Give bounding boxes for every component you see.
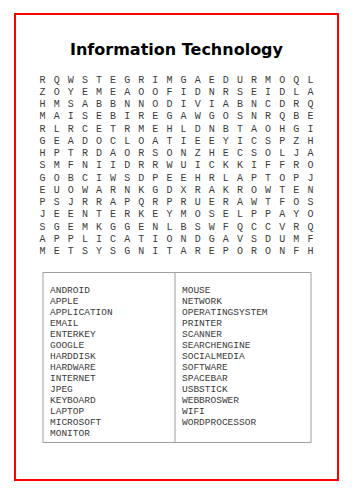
grid-cell: F <box>289 246 303 258</box>
grid-cell: S <box>106 246 120 258</box>
grid-cell: Y <box>289 209 303 221</box>
grid-cell: M <box>134 123 148 135</box>
grid-cell: E <box>64 221 78 233</box>
grid-cell: S <box>148 148 162 160</box>
word-list-item: APPLICATION <box>50 307 174 318</box>
grid-cell: Q <box>303 99 317 111</box>
grid-cell: I <box>64 111 78 123</box>
grid-cell: E <box>148 111 162 123</box>
grid-cell: N <box>134 99 148 111</box>
grid-cell: R <box>36 74 50 86</box>
grid-cell: J <box>36 209 50 221</box>
grid-cell: L <box>289 86 303 98</box>
grid-cell: S <box>247 148 261 160</box>
grid-cell: E <box>92 111 106 123</box>
grid-cell: D <box>191 86 205 98</box>
grid-cell: D <box>134 172 148 184</box>
grid-cell: A <box>303 148 317 160</box>
grid-cell: S <box>36 221 50 233</box>
grid-cell: D <box>275 86 289 98</box>
grid-cell: O <box>92 135 106 147</box>
grid-cell: N <box>205 123 219 135</box>
grid-cell: E <box>106 209 120 221</box>
grid-cell: R <box>36 123 50 135</box>
grid-cell: G <box>106 221 120 233</box>
grid-cell: R <box>261 111 275 123</box>
grid-cell: E <box>148 209 162 221</box>
grid-cell: E <box>134 221 148 233</box>
grid-cell: E <box>205 135 219 147</box>
word-list-table: ANDROIDAPPLEAPPLICATIONEMAILENTERKEYGOOG… <box>42 272 311 443</box>
grid-cell: S <box>233 86 247 98</box>
grid-cell: I <box>120 111 134 123</box>
grid-cell: S <box>64 99 78 111</box>
grid-cell: O <box>261 123 275 135</box>
grid-cell: R <box>233 184 247 196</box>
word-search-grid: RQWSTEGRIMGAEDURMOQLZOYEMEAOOFIDNRSEIDLA… <box>36 74 318 258</box>
grid-cell: K <box>134 209 148 221</box>
grid-cell: B <box>177 221 191 233</box>
grid-cell: Z <box>191 148 205 160</box>
grid-cell: G <box>289 123 303 135</box>
grid-cell: I <box>177 99 191 111</box>
grid-cell: Q <box>303 221 317 233</box>
grid-cell: H <box>36 99 50 111</box>
grid-cell: C <box>106 233 120 245</box>
grid-cell: G <box>36 172 50 184</box>
grid-cell: O <box>289 197 303 209</box>
grid-cell: S <box>205 209 219 221</box>
grid-cell: V <box>233 233 247 245</box>
grid-cell: G <box>177 74 191 86</box>
grid-cell: A <box>191 74 205 86</box>
grid-cell: A <box>36 233 50 245</box>
word-list-item: WEBBROSWER <box>182 395 310 406</box>
grid-cell: O <box>233 246 247 258</box>
grid-cell: R <box>148 197 162 209</box>
grid-cell: E <box>78 86 92 98</box>
grid-cell: O <box>247 184 261 196</box>
word-list-item: HARDDISK <box>50 351 174 362</box>
grid-cell: K <box>219 160 233 172</box>
grid-cell: M <box>289 233 303 245</box>
grid-cell: I <box>148 74 162 86</box>
grid-cell: N <box>120 184 134 196</box>
grid-cell: E <box>205 197 219 209</box>
grid-cell: D <box>120 160 134 172</box>
grid-cell: R <box>219 197 233 209</box>
grid-cell: F <box>64 160 78 172</box>
grid-cell: O <box>148 99 162 111</box>
grid-cell: E <box>205 246 219 258</box>
grid-cell: N <box>134 246 148 258</box>
grid-cell: N <box>78 209 92 221</box>
grid-cell: F <box>275 197 289 209</box>
grid-cell: R <box>120 209 134 221</box>
grid-cell: I <box>92 233 106 245</box>
grid-cell: U <box>275 233 289 245</box>
grid-cell: O <box>134 86 148 98</box>
grid-cell: N <box>78 160 92 172</box>
grid-cell: E <box>50 209 64 221</box>
grid-cell: T <box>64 246 78 258</box>
grid-cell: A <box>247 123 261 135</box>
grid-cell: A <box>275 209 289 221</box>
grid-cell: A <box>64 135 78 147</box>
grid-cell: A <box>205 184 219 196</box>
grid-cell: B <box>106 111 120 123</box>
grid-cell: R <box>191 184 205 196</box>
grid-cell: Z <box>36 86 50 98</box>
grid-cell: L <box>78 233 92 245</box>
grid-cell: P <box>36 197 50 209</box>
grid-cell: O <box>134 135 148 147</box>
grid-cell: T <box>106 123 120 135</box>
grid-cell: V <box>275 221 289 233</box>
grid-cell: F <box>219 221 233 233</box>
grid-cell: B <box>289 111 303 123</box>
grid-cell: R <box>191 246 205 258</box>
grid-cell: E <box>303 111 317 123</box>
grid-cell: P <box>275 135 289 147</box>
grid-cell: O <box>148 86 162 98</box>
grid-cell: Q <box>50 74 64 86</box>
grid-cell: I <box>205 99 219 111</box>
word-list-item: NETWORK <box>182 296 310 307</box>
grid-cell: F <box>303 233 317 245</box>
grid-cell: E <box>106 86 120 98</box>
grid-cell: C <box>247 221 261 233</box>
grid-cell: R <box>289 160 303 172</box>
grid-cell: K <box>92 221 106 233</box>
grid-cell: T <box>162 246 176 258</box>
grid-cell: Y <box>64 86 78 98</box>
grid-cell: N <box>120 99 134 111</box>
grid-cell: H <box>275 123 289 135</box>
grid-cell: C <box>233 148 247 160</box>
grid-cell: Y <box>162 209 176 221</box>
word-list-item: OPERATINGSYSTEM <box>182 307 310 318</box>
grid-cell: S <box>78 74 92 86</box>
word-list-item: ENTERKEY <box>50 329 174 340</box>
grid-cell: K <box>233 160 247 172</box>
grid-cell: R <box>134 74 148 86</box>
grid-cell: R <box>148 160 162 172</box>
grid-cell: O <box>162 233 176 245</box>
grid-cell: D <box>219 74 233 86</box>
grid-cell: N <box>148 221 162 233</box>
grid-cell: P <box>289 172 303 184</box>
grid-cell: P <box>247 209 261 221</box>
grid-cell: D <box>275 99 289 111</box>
word-list-item: USBSTICK <box>182 384 310 395</box>
grid-cell: T <box>64 148 78 160</box>
grid-cell: H <box>205 148 219 160</box>
grid-cell: R <box>289 99 303 111</box>
grid-cell: O <box>275 74 289 86</box>
grid-cell: F <box>162 86 176 98</box>
grid-cell: A <box>50 111 64 123</box>
word-list-left-column: ANDROIDAPPLEAPPLICATIONEMAILENTERKEYGOOG… <box>43 273 175 442</box>
grid-cell: W <box>205 221 219 233</box>
grid-cell: W <box>162 160 176 172</box>
grid-cell: E <box>92 123 106 135</box>
grid-cell: G <box>205 111 219 123</box>
grid-cell: O <box>50 86 64 98</box>
grid-cell: G <box>50 221 64 233</box>
grid-cell: R <box>289 221 303 233</box>
grid-cell: A <box>177 111 191 123</box>
grid-cell: Z <box>289 135 303 147</box>
grid-cell: E <box>219 148 233 160</box>
grid-cell: M <box>78 221 92 233</box>
grid-cell: T <box>261 172 275 184</box>
grid-cell: G <box>162 111 176 123</box>
grid-cell: R <box>134 160 148 172</box>
grid-cell: B <box>92 99 106 111</box>
grid-cell: J <box>303 172 317 184</box>
grid-cell: S <box>50 197 64 209</box>
grid-cell: C <box>261 221 275 233</box>
grid-cell: U <box>50 184 64 196</box>
grid-cell: O <box>261 148 275 160</box>
word-list-item: SPACEBAR <box>182 373 310 384</box>
word-list-item: KEYBOARD <box>50 395 174 406</box>
word-list-item: HARDWARE <box>50 362 174 373</box>
grid-cell: P <box>247 172 261 184</box>
grid-cell: E <box>50 135 64 147</box>
grid-cell: S <box>261 135 275 147</box>
grid-cell: R <box>219 86 233 98</box>
grid-cell: A <box>92 184 106 196</box>
grid-cell: I <box>177 135 191 147</box>
grid-cell: C <box>78 172 92 184</box>
grid-cell: I <box>177 86 191 98</box>
grid-cell: W <box>247 197 261 209</box>
grid-cell: D <box>191 123 205 135</box>
grid-cell: R <box>134 148 148 160</box>
grid-cell: G <box>205 233 219 245</box>
grid-cell: L <box>162 221 176 233</box>
grid-cell: P <box>219 246 233 258</box>
worksheet-page: Information Technology RQWSTEGRIMGAEDURM… <box>0 0 354 500</box>
grid-cell: Q <box>275 111 289 123</box>
grid-cell: E <box>50 246 64 258</box>
word-list-item: JPEG <box>50 384 174 395</box>
grid-cell: V <box>191 99 205 111</box>
grid-cell: R <box>64 123 78 135</box>
word-list-item: WORDPROCESSOR <box>182 417 310 428</box>
grid-cell: M <box>50 160 64 172</box>
grid-cell: R <box>120 123 134 135</box>
grid-cell: T <box>134 233 148 245</box>
grid-cell: T <box>92 209 106 221</box>
grid-cell: H <box>191 172 205 184</box>
grid-cell: C <box>106 135 120 147</box>
grid-cell: H <box>303 246 317 258</box>
grid-cell: M <box>177 209 191 221</box>
grid-cell: A <box>177 246 191 258</box>
grid-cell: E <box>36 184 50 196</box>
grid-cell: S <box>78 246 92 258</box>
grid-cell: E <box>162 172 176 184</box>
grid-cell: I <box>92 172 106 184</box>
grid-cell: R <box>205 172 219 184</box>
grid-cell: O <box>64 184 78 196</box>
grid-cell: J <box>64 197 78 209</box>
grid-cell: A <box>303 86 317 98</box>
grid-cell: S <box>120 172 134 184</box>
grid-cell: P <box>162 197 176 209</box>
grid-cell: L <box>233 209 247 221</box>
grid-cell: U <box>177 160 191 172</box>
grid-cell: E <box>191 135 205 147</box>
grid-cell: A <box>78 99 92 111</box>
grid-cell: O <box>275 172 289 184</box>
grid-cell: R <box>134 111 148 123</box>
grid-cell: I <box>106 160 120 172</box>
word-list-item: ANDROID <box>50 285 174 296</box>
grid-cell: A <box>148 135 162 147</box>
grid-cell: S <box>36 160 50 172</box>
grid-cell: D <box>92 148 106 160</box>
grid-cell: I <box>148 233 162 245</box>
grid-cell: U <box>191 197 205 209</box>
grid-cell: A <box>120 233 134 245</box>
word-list-right-column: MOUSENETWORKOPERATINGSYSTEMPRINTERSCANNE… <box>175 273 310 442</box>
grid-cell: G <box>120 221 134 233</box>
grid-cell: M <box>50 99 64 111</box>
grid-cell: P <box>120 197 134 209</box>
grid-cell: T <box>275 184 289 196</box>
grid-cell: P <box>50 233 64 245</box>
grid-cell: E <box>219 209 233 221</box>
grid-cell: G <box>148 184 162 196</box>
grid-cell: M <box>162 74 176 86</box>
grid-cell: N <box>275 246 289 258</box>
grid-cell: A <box>106 148 120 160</box>
grid-cell: P <box>261 209 275 221</box>
grid-cell: R <box>106 184 120 196</box>
grid-cell: I <box>148 246 162 258</box>
word-list-item: EMAIL <box>50 318 174 329</box>
grid-cell: A <box>106 197 120 209</box>
grid-cell: Q <box>289 74 303 86</box>
word-list-item: LAPTOP <box>50 406 174 417</box>
grid-cell: D <box>191 233 205 245</box>
grid-cell: O <box>50 172 64 184</box>
grid-cell: D <box>162 184 176 196</box>
grid-cell: M <box>261 74 275 86</box>
grid-cell: D <box>78 135 92 147</box>
grid-cell: I <box>191 160 205 172</box>
grid-cell: L <box>50 123 64 135</box>
grid-cell: O <box>261 246 275 258</box>
grid-cell: T <box>162 135 176 147</box>
grid-cell: Q <box>134 197 148 209</box>
grid-cell: H <box>162 123 176 135</box>
grid-cell: G <box>120 74 134 86</box>
grid-cell: N <box>177 148 191 160</box>
grid-cell: R <box>92 197 106 209</box>
grid-cell: S <box>247 233 261 245</box>
grid-cell: B <box>106 99 120 111</box>
word-list-item: SEARCHENGINE <box>182 340 310 351</box>
red-border-frame: Information Technology RQWSTEGRIMGAEDURM… <box>14 13 339 481</box>
grid-cell: W <box>64 74 78 86</box>
grid-cell: R <box>78 197 92 209</box>
word-list-item: SOFTWARE <box>182 362 310 373</box>
grid-cell: G <box>36 135 50 147</box>
grid-cell: R <box>247 74 261 86</box>
word-list-item: PRINTER <box>182 318 310 329</box>
grid-cell: X <box>177 184 191 196</box>
grid-cell: L <box>120 135 134 147</box>
grid-cell: C <box>78 123 92 135</box>
grid-cell: L <box>177 123 191 135</box>
grid-cell: Y <box>92 246 106 258</box>
grid-cell: O <box>120 148 134 160</box>
grid-cell: C <box>261 99 275 111</box>
grid-cell: A <box>120 86 134 98</box>
grid-cell: R <box>78 148 92 160</box>
grid-cell: B <box>219 123 233 135</box>
grid-cell: M <box>92 86 106 98</box>
grid-cell: F <box>275 160 289 172</box>
word-list-item: WIFI <box>182 406 310 417</box>
word-list-item: SCANNER <box>182 329 310 340</box>
grid-cell: B <box>233 99 247 111</box>
grid-cell: S <box>303 197 317 209</box>
word-list-item: INTERNET <box>50 373 174 384</box>
grid-cell: C <box>205 160 219 172</box>
grid-cell: N <box>177 233 191 245</box>
grid-cell: M <box>36 111 50 123</box>
grid-cell: B <box>64 172 78 184</box>
grid-cell: I <box>233 135 247 147</box>
grid-cell: A <box>219 233 233 245</box>
grid-cell: S <box>233 111 247 123</box>
grid-cell: P <box>148 172 162 184</box>
grid-cell: S <box>191 221 205 233</box>
grid-cell: D <box>261 233 275 245</box>
word-list-item: GOOGLE <box>50 340 174 351</box>
grid-cell: N <box>303 184 317 196</box>
grid-cell: N <box>247 99 261 111</box>
grid-cell: E <box>289 184 303 196</box>
word-list-item: APPLE <box>50 296 174 307</box>
grid-cell: R <box>247 246 261 258</box>
grid-cell: S <box>78 111 92 123</box>
grid-cell: E <box>177 172 191 184</box>
grid-cell: Y <box>219 135 233 147</box>
grid-cell: J <box>289 148 303 160</box>
grid-cell: W <box>106 172 120 184</box>
grid-cell: T <box>233 123 247 135</box>
grid-cell: A <box>233 172 247 184</box>
grid-cell: I <box>92 160 106 172</box>
grid-cell: O <box>219 111 233 123</box>
grid-cell: O <box>303 209 317 221</box>
grid-cell: O <box>191 209 205 221</box>
grid-cell: P <box>50 148 64 160</box>
grid-cell: I <box>261 86 275 98</box>
grid-cell: K <box>219 184 233 196</box>
grid-cell: O <box>303 160 317 172</box>
grid-cell: D <box>162 99 176 111</box>
grid-cell: H <box>36 148 50 160</box>
grid-cell: L <box>303 74 317 86</box>
